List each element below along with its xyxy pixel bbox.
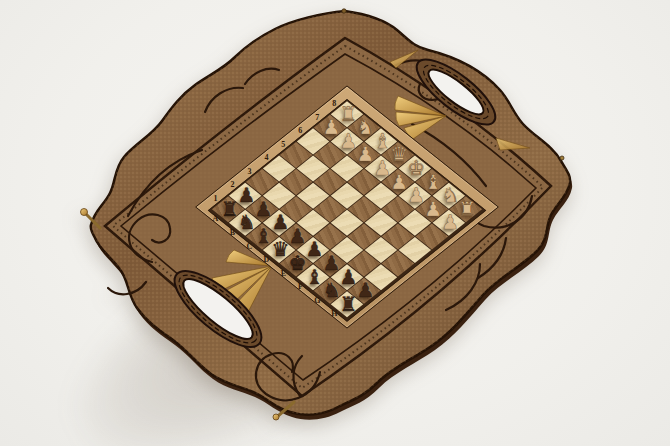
file-label-h: H bbox=[331, 309, 337, 318]
piece-light-bishop: ♝ bbox=[373, 130, 391, 150]
file-label-g: G bbox=[314, 295, 320, 304]
piece-light-bishop: ♝ bbox=[424, 171, 442, 191]
rank-label-4: 4 bbox=[264, 153, 268, 162]
rank-label-2: 2 bbox=[230, 180, 234, 189]
rank-label-7: 7 bbox=[315, 112, 319, 121]
rank-label-1: 1 bbox=[213, 193, 217, 202]
brass-pin-top bbox=[342, 9, 346, 13]
brass-pin-right bbox=[560, 156, 564, 160]
piece-light-king: ♚ bbox=[407, 157, 425, 177]
piece-light-queen: ♛ bbox=[390, 144, 408, 164]
file-label-b: B bbox=[230, 227, 235, 236]
photo-scene: ♜♞♝♛♚♝♞♜♟♟♟♟♟♟♟♟♟♟♟♟♟♟♟♟♜♞♝♛♚♝♞♜ ABCDEFG… bbox=[0, 0, 670, 446]
rank-label-8: 8 bbox=[332, 98, 336, 107]
file-label-f: F bbox=[298, 282, 303, 291]
rank-label-5: 5 bbox=[281, 139, 285, 148]
piece-light-knight: ♞ bbox=[441, 185, 459, 205]
file-label-d: D bbox=[263, 255, 269, 264]
rank-label-6: 6 bbox=[298, 126, 302, 135]
piece-light-rook: ♜ bbox=[458, 198, 476, 218]
file-label-e: E bbox=[281, 268, 286, 277]
piece-light-knight: ♞ bbox=[356, 117, 374, 137]
file-label-c: C bbox=[247, 241, 253, 250]
piece-light-rook: ♜ bbox=[339, 103, 357, 123]
rank-label-3: 3 bbox=[247, 166, 251, 175]
file-label-a: A bbox=[213, 214, 219, 223]
